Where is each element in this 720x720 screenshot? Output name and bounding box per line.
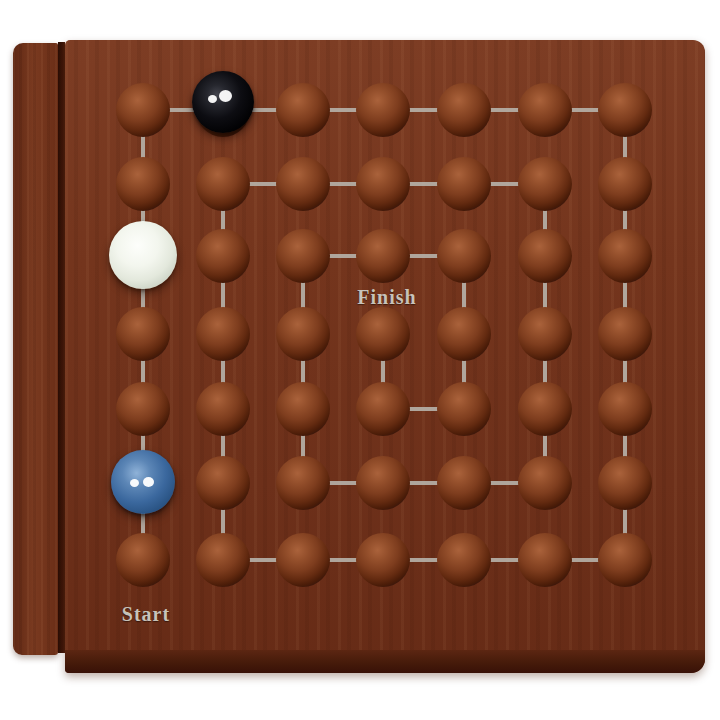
track-segment-v-r4c1 xyxy=(141,358,145,385)
dimple-r5c1[interactable] xyxy=(116,382,170,436)
dimple-r7c3[interactable] xyxy=(276,533,330,587)
dimple-r6c3[interactable] xyxy=(276,456,330,510)
track-segment-v-r3c3 xyxy=(301,280,305,310)
track-segment-v-r6c7 xyxy=(623,507,627,536)
dimple-r2c2[interactable] xyxy=(196,157,250,211)
marble-white[interactable] xyxy=(109,221,177,289)
track-segment-h-r7c6 xyxy=(569,558,601,562)
dimple-r1c4[interactable] xyxy=(356,83,410,137)
dimple-r2c5[interactable] xyxy=(437,157,491,211)
track-segment-v-r4c4 xyxy=(381,358,385,385)
track-segment-v-r4c6 xyxy=(543,358,547,385)
dimple-r5c3[interactable] xyxy=(276,382,330,436)
dimple-r3c6[interactable] xyxy=(518,229,572,283)
photo-background: Finish Start xyxy=(0,0,720,720)
dimple-r7c6[interactable] xyxy=(518,533,572,587)
dimple-r1c7[interactable] xyxy=(598,83,652,137)
dimple-r7c4[interactable] xyxy=(356,533,410,587)
track-segment-h-r1c3 xyxy=(327,108,359,112)
dimple-r3c7[interactable] xyxy=(598,229,652,283)
dimple-r4c6[interactable] xyxy=(518,307,572,361)
dimple-r2c7[interactable] xyxy=(598,157,652,211)
track-segment-v-r4c2 xyxy=(221,358,225,385)
dimple-r7c1[interactable] xyxy=(116,533,170,587)
track-segment-h-r7c3 xyxy=(327,558,359,562)
track-segment-h-r6c4 xyxy=(407,481,440,485)
specular-highlight xyxy=(130,479,139,487)
track-segment-h-r5c4 xyxy=(407,407,440,411)
dimple-r1c1[interactable] xyxy=(116,83,170,137)
track-segment-h-r2c2 xyxy=(247,182,279,186)
dimple-r1c3[interactable] xyxy=(276,83,330,137)
finish-label: Finish xyxy=(357,286,416,309)
track-segment-v-r3c7 xyxy=(623,280,627,310)
track-segment-v-r4c7 xyxy=(623,358,627,385)
track-segment-h-r7c5 xyxy=(488,558,521,562)
box-hinge-groove xyxy=(58,42,65,653)
track-segment-h-r1c5 xyxy=(488,108,521,112)
track-segment-v-r4c5 xyxy=(462,358,466,385)
dimple-r2c3[interactable] xyxy=(276,157,330,211)
track-segment-v-r3c6 xyxy=(543,280,547,310)
track-segment-v-r3c5 xyxy=(462,280,466,310)
dimple-r4c5[interactable] xyxy=(437,307,491,361)
dimple-r4c4[interactable] xyxy=(356,307,410,361)
track-segment-h-r3c4 xyxy=(407,254,440,258)
track-segment-h-r2c5 xyxy=(488,182,521,186)
dimple-r2c1[interactable] xyxy=(116,157,170,211)
track-segment-v-r6c2 xyxy=(221,507,225,536)
dimple-r5c2[interactable] xyxy=(196,382,250,436)
dimple-r5c7[interactable] xyxy=(598,382,652,436)
marble-blue[interactable] xyxy=(111,450,175,514)
track-segment-v-r4c3 xyxy=(301,358,305,385)
maze-board: Finish Start xyxy=(65,40,705,673)
track-segment-h-r3c3 xyxy=(327,254,359,258)
dimple-r6c7[interactable] xyxy=(598,456,652,510)
dimple-r4c2[interactable] xyxy=(196,307,250,361)
dimple-r1c6[interactable] xyxy=(518,83,572,137)
dimple-r7c2[interactable] xyxy=(196,533,250,587)
specular-highlight xyxy=(208,95,217,103)
dimple-r7c7[interactable] xyxy=(598,533,652,587)
specular-highlight xyxy=(143,477,154,487)
dimple-r4c7[interactable] xyxy=(598,307,652,361)
dimple-r6c6[interactable] xyxy=(518,456,572,510)
track-segment-h-r2c4 xyxy=(407,182,440,186)
dimple-r6c2[interactable] xyxy=(196,456,250,510)
track-segment-h-r1c6 xyxy=(569,108,601,112)
marble-black[interactable] xyxy=(192,71,254,133)
track-segment-h-r1c4 xyxy=(407,108,440,112)
track-segment-h-r2c3 xyxy=(327,182,359,186)
track-segment-h-r6c5 xyxy=(488,481,521,485)
dimple-r2c4[interactable] xyxy=(356,157,410,211)
dimple-r6c4[interactable] xyxy=(356,456,410,510)
dimple-r3c4[interactable] xyxy=(356,229,410,283)
dimple-r2c6[interactable] xyxy=(518,157,572,211)
dimple-r5c4[interactable] xyxy=(356,382,410,436)
box-side-panel xyxy=(13,43,58,655)
track-segment-v-r3c2 xyxy=(221,280,225,310)
track-segment-h-r7c4 xyxy=(407,558,440,562)
track-segment-h-r7c2 xyxy=(247,558,279,562)
dimple-r3c5[interactable] xyxy=(437,229,491,283)
dimple-r5c5[interactable] xyxy=(437,382,491,436)
track-segment-h-r6c3 xyxy=(327,481,359,485)
dimple-r4c1[interactable] xyxy=(116,307,170,361)
dimple-r3c2[interactable] xyxy=(196,229,250,283)
dimple-r3c3[interactable] xyxy=(276,229,330,283)
board-front-edge xyxy=(65,650,705,673)
specular-highlight xyxy=(219,90,232,102)
dimple-r1c5[interactable] xyxy=(437,83,491,137)
dimple-r4c3[interactable] xyxy=(276,307,330,361)
dimple-r6c5[interactable] xyxy=(437,456,491,510)
dimple-r5c6[interactable] xyxy=(518,382,572,436)
dimple-r7c5[interactable] xyxy=(437,533,491,587)
start-label: Start xyxy=(122,603,170,626)
